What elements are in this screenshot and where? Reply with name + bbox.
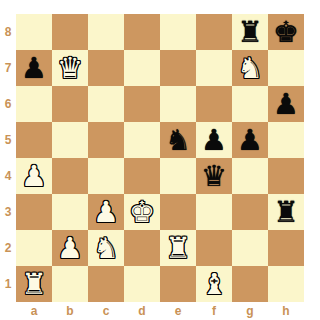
square-c3[interactable]: ♟ (88, 194, 124, 230)
black-knight-e5[interactable]: ♞ (165, 126, 191, 155)
white-pawn-b2[interactable]: ♟ (57, 234, 83, 263)
file-label-g: g (232, 302, 268, 320)
square-g2[interactable] (232, 230, 268, 266)
square-f4[interactable]: ♛ (196, 158, 232, 194)
square-b5[interactable] (52, 122, 88, 158)
rank-label-8: 8 (0, 14, 16, 50)
square-g1[interactable] (232, 266, 268, 302)
square-f5[interactable]: ♟ (196, 122, 232, 158)
square-h5[interactable] (268, 122, 304, 158)
square-g4[interactable] (232, 158, 268, 194)
square-f7[interactable] (196, 50, 232, 86)
black-pawn-h6[interactable]: ♟ (273, 90, 299, 119)
chess-diagram: 87654321 ♜♚♟♛♞♟♞♟♟♟♛♟♚♜♟♞♜♜♝ abcdefgh (0, 0, 320, 320)
white-queen-b7[interactable]: ♛ (57, 54, 83, 83)
square-f3[interactable] (196, 194, 232, 230)
black-queen-f4[interactable]: ♛ (201, 162, 227, 191)
square-f6[interactable] (196, 86, 232, 122)
square-c6[interactable] (88, 86, 124, 122)
square-d8[interactable] (124, 14, 160, 50)
white-pawn-a4[interactable]: ♟ (21, 162, 47, 191)
rank-label-3: 3 (0, 194, 16, 230)
square-h6[interactable]: ♟ (268, 86, 304, 122)
square-e1[interactable] (160, 266, 196, 302)
square-h4[interactable] (268, 158, 304, 194)
file-labels: abcdefgh (16, 302, 304, 320)
rank-label-1: 1 (0, 266, 16, 302)
square-b7[interactable]: ♛ (52, 50, 88, 86)
square-a2[interactable] (16, 230, 52, 266)
square-d6[interactable] (124, 86, 160, 122)
square-g3[interactable] (232, 194, 268, 230)
white-knight-g7[interactable]: ♞ (237, 54, 263, 83)
white-bishop-f1[interactable]: ♝ (201, 270, 227, 299)
white-pawn-c3[interactable]: ♟ (93, 198, 119, 227)
square-e2[interactable]: ♜ (160, 230, 196, 266)
square-b4[interactable] (52, 158, 88, 194)
square-g7[interactable]: ♞ (232, 50, 268, 86)
square-a6[interactable] (16, 86, 52, 122)
square-a1[interactable]: ♜ (16, 266, 52, 302)
square-e3[interactable] (160, 194, 196, 230)
square-c7[interactable] (88, 50, 124, 86)
square-d1[interactable] (124, 266, 160, 302)
black-pawn-f5[interactable]: ♟ (201, 126, 227, 155)
rank-label-4: 4 (0, 158, 16, 194)
square-h8[interactable]: ♚ (268, 14, 304, 50)
square-e7[interactable] (160, 50, 196, 86)
square-c5[interactable] (88, 122, 124, 158)
black-pawn-g5[interactable]: ♟ (237, 126, 263, 155)
file-label-e: e (160, 302, 196, 320)
square-f2[interactable] (196, 230, 232, 266)
white-king-d3[interactable]: ♚ (129, 198, 155, 227)
rank-labels: 87654321 (0, 14, 16, 302)
square-b6[interactable] (52, 86, 88, 122)
black-rook-g8[interactable]: ♜ (237, 18, 263, 47)
rank-label-5: 5 (0, 122, 16, 158)
square-f8[interactable] (196, 14, 232, 50)
rank-label-6: 6 (0, 86, 16, 122)
square-h2[interactable] (268, 230, 304, 266)
file-label-c: c (88, 302, 124, 320)
square-e5[interactable]: ♞ (160, 122, 196, 158)
square-a4[interactable]: ♟ (16, 158, 52, 194)
file-label-f: f (196, 302, 232, 320)
file-label-a: a (16, 302, 52, 320)
square-g5[interactable]: ♟ (232, 122, 268, 158)
square-b8[interactable] (52, 14, 88, 50)
rank-label-7: 7 (0, 50, 16, 86)
square-c2[interactable]: ♞ (88, 230, 124, 266)
rank-label-2: 2 (0, 230, 16, 266)
square-a5[interactable] (16, 122, 52, 158)
file-label-h: h (268, 302, 304, 320)
white-knight-c2[interactable]: ♞ (93, 234, 119, 263)
square-a3[interactable] (16, 194, 52, 230)
square-c4[interactable] (88, 158, 124, 194)
square-d2[interactable] (124, 230, 160, 266)
square-a7[interactable]: ♟ (16, 50, 52, 86)
square-e8[interactable] (160, 14, 196, 50)
square-e4[interactable] (160, 158, 196, 194)
black-king-h8[interactable]: ♚ (273, 18, 299, 47)
square-g8[interactable]: ♜ (232, 14, 268, 50)
square-b3[interactable] (52, 194, 88, 230)
black-pawn-a7[interactable]: ♟ (21, 54, 47, 83)
square-h3[interactable]: ♜ (268, 194, 304, 230)
square-d5[interactable] (124, 122, 160, 158)
square-d7[interactable] (124, 50, 160, 86)
square-g6[interactable] (232, 86, 268, 122)
file-label-d: d (124, 302, 160, 320)
square-d3[interactable]: ♚ (124, 194, 160, 230)
file-label-b: b (52, 302, 88, 320)
white-rook-e2[interactable]: ♜ (165, 234, 191, 263)
black-rook-h3[interactable]: ♜ (273, 198, 299, 227)
square-d4[interactable] (124, 158, 160, 194)
square-c8[interactable] (88, 14, 124, 50)
square-f1[interactable]: ♝ (196, 266, 232, 302)
square-h1[interactable] (268, 266, 304, 302)
square-c1[interactable] (88, 266, 124, 302)
square-b2[interactable]: ♟ (52, 230, 88, 266)
square-a8[interactable] (16, 14, 52, 50)
square-b1[interactable] (52, 266, 88, 302)
white-rook-a1[interactable]: ♜ (21, 270, 47, 299)
chess-board: ♜♚♟♛♞♟♞♟♟♟♛♟♚♜♟♞♜♜♝ (16, 14, 304, 302)
square-h7[interactable] (268, 50, 304, 86)
square-e6[interactable] (160, 86, 196, 122)
